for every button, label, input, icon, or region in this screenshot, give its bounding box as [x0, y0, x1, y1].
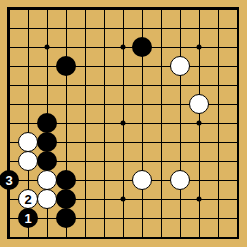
white-stone[interactable]: [189, 94, 209, 114]
white-stone[interactable]: [170, 56, 190, 76]
star-point: [45, 45, 50, 50]
black-stone[interactable]: [37, 151, 57, 171]
black-stone[interactable]: [56, 170, 76, 190]
black-stone[interactable]: [37, 132, 57, 152]
star-point: [197, 121, 202, 126]
move-2-stone[interactable]: 2: [18, 189, 38, 209]
white-stone[interactable]: [18, 132, 38, 152]
black-stone[interactable]: [56, 208, 76, 228]
star-point: [197, 45, 202, 50]
move-1-stone[interactable]: 1: [18, 208, 38, 228]
grid-line-v: [161, 9, 162, 238]
star-point: [121, 121, 126, 126]
white-stone[interactable]: [132, 170, 152, 190]
white-stone[interactable]: [18, 151, 38, 171]
star-point: [121, 45, 126, 50]
black-stone[interactable]: [56, 56, 76, 76]
star-point: [197, 197, 202, 202]
star-point: [121, 197, 126, 202]
white-stone[interactable]: [37, 189, 57, 209]
grid-line-v: [218, 9, 219, 238]
grid-line-h: [9, 237, 238, 238]
grid-line-v: [180, 9, 181, 238]
grid-line-h: [9, 218, 238, 219]
black-stone[interactable]: [56, 189, 76, 209]
white-stone[interactable]: [170, 170, 190, 190]
black-stone[interactable]: [132, 37, 152, 57]
move-3-stone[interactable]: 3: [0, 170, 19, 190]
go-board[interactable]: 321: [0, 0, 247, 247]
white-stone[interactable]: [37, 170, 57, 190]
black-stone[interactable]: [37, 113, 57, 133]
grid-line-v: [237, 9, 238, 238]
